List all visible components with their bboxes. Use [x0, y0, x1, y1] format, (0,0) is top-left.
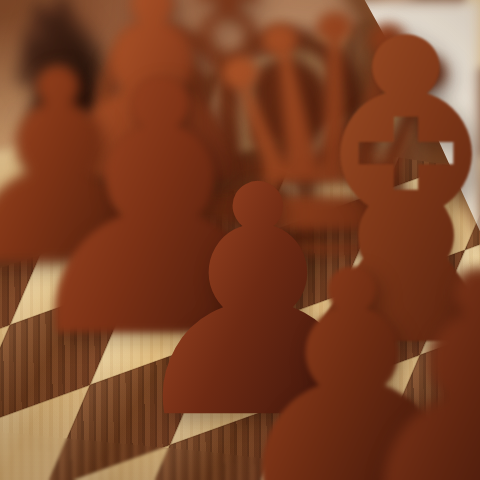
- piece-pawn-h2: ♟: [334, 230, 480, 480]
- chess-photo-scene: ♞♚♛♟♟♟♝♟♟♟: [0, 0, 480, 480]
